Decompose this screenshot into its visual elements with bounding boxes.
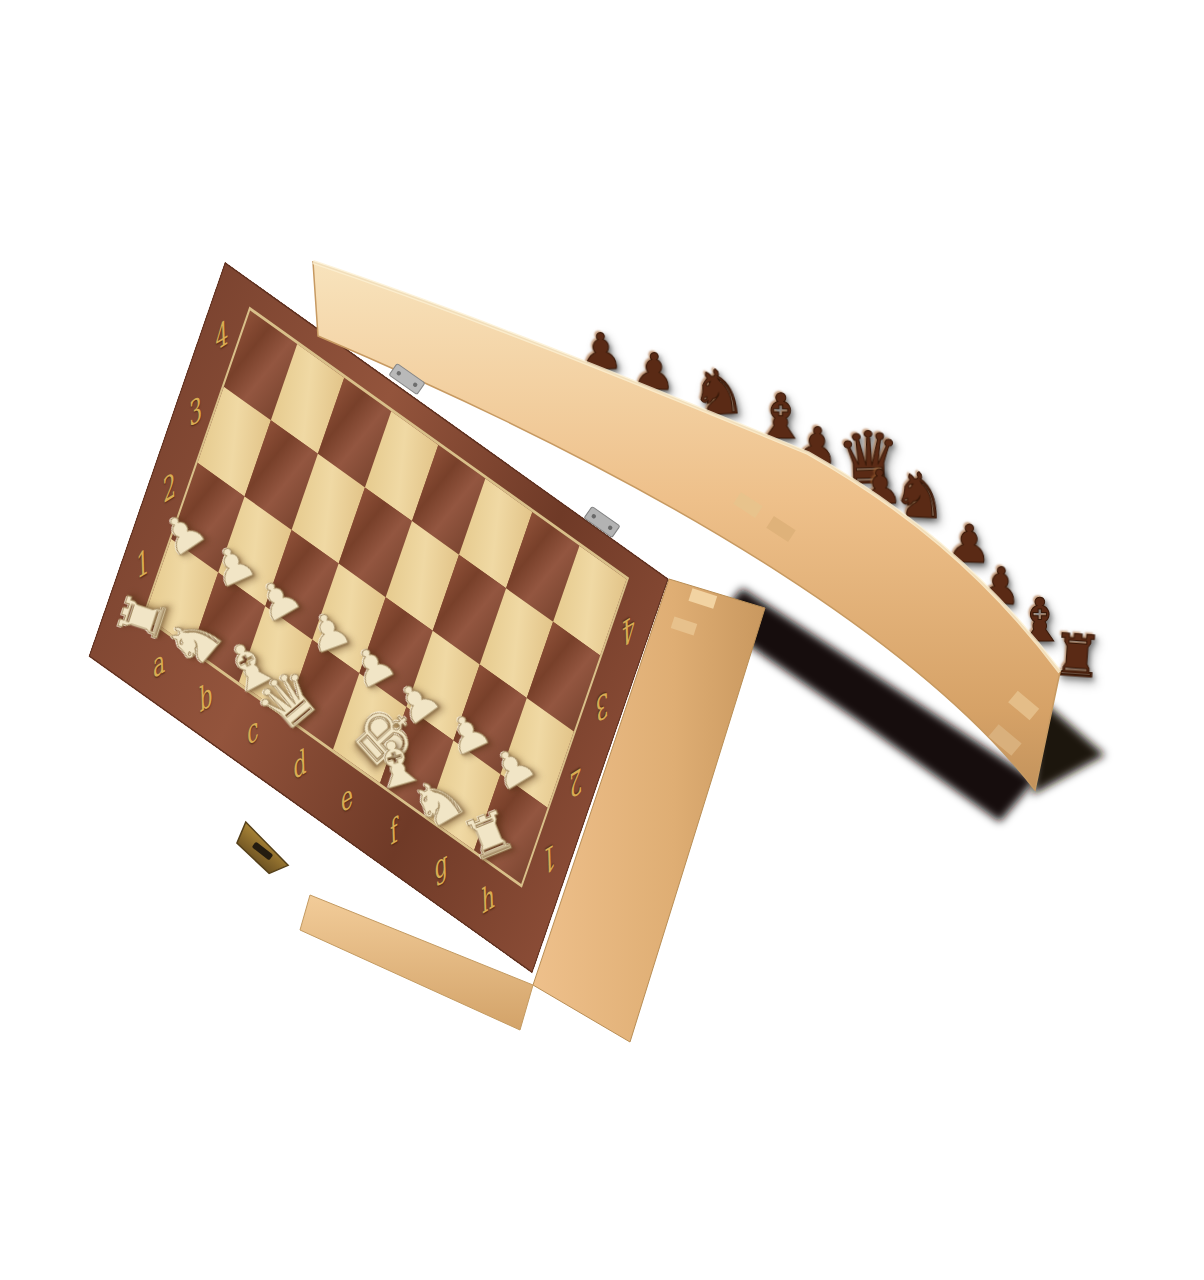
- board-grid: [145, 310, 627, 883]
- file-label-e: e: [336, 778, 355, 820]
- black-knight-display-3: ♞: [689, 361, 748, 426]
- file-label-g: g: [429, 845, 449, 887]
- rank-label-left-3: 3: [184, 392, 204, 434]
- black-pawn-display-9: ♟: [945, 517, 993, 571]
- rank-label-right-2: 2: [568, 761, 588, 803]
- rank-label-right-1: 1: [541, 837, 561, 879]
- chess-set-photo: ♟♟♞♝♟♛♞♟♟♟♝♜ 44332211abcdefgh: [0, 0, 1204, 1280]
- file-label-b: b: [194, 677, 214, 719]
- box-interior-shadow-wedge: [1032, 700, 1105, 795]
- rank-label-left-2: 2: [158, 468, 178, 510]
- black-pawn-display-5: ♟: [793, 420, 841, 473]
- clasp: [230, 822, 293, 879]
- rank-label-left-4: 4: [210, 315, 230, 357]
- dovetail-joint: [688, 588, 717, 608]
- open-half-board: 44332211abcdefgh: [89, 262, 669, 973]
- black-pawn-display-2: ♟: [631, 346, 678, 398]
- rank-label-right-3: 3: [594, 684, 614, 726]
- black-pawn-display-10: ♟: [976, 559, 1025, 613]
- file-label-h: h: [476, 879, 496, 921]
- file-label-d: d: [288, 744, 308, 786]
- dovetail-joint: [988, 724, 1021, 756]
- dovetail-joint: [766, 516, 795, 542]
- black-pawn-display-8: ♟: [857, 462, 903, 513]
- dovetail-joint: [1008, 691, 1039, 720]
- dovetail-joint: [733, 492, 762, 518]
- file-label-f: f: [385, 813, 399, 852]
- file-label-c: c: [242, 711, 260, 752]
- file-label-a: a: [148, 644, 167, 686]
- dovetail-joint: [671, 617, 698, 636]
- box-interior-shadow: [715, 588, 1035, 822]
- black-bishop-display-11: ♝: [1013, 590, 1067, 650]
- black-bishop-display-4: ♝: [752, 386, 809, 449]
- rank-label-right-4: 4: [620, 608, 640, 650]
- black-pawn-display-1: ♟: [578, 326, 625, 378]
- black-knight-display-7: ♞: [890, 464, 949, 529]
- black-rook-display-12: ♜: [1049, 625, 1105, 686]
- black-queen-display-6: ♛: [835, 421, 902, 495]
- rank-label-left-1: 1: [131, 544, 151, 586]
